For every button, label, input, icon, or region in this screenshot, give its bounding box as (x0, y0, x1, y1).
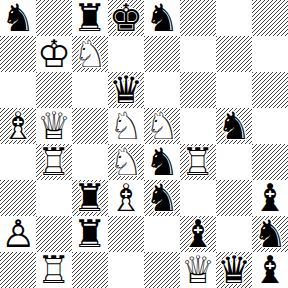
piece-black-rook: ♜♜ (72, 0, 108, 36)
square-g4[interactable] (216, 144, 252, 180)
piece-black-bishop: ♝♝ (252, 252, 288, 288)
square-d3[interactable]: ♝♗ (108, 180, 144, 216)
piece-white-queen: ♛♕ (180, 252, 216, 288)
square-h7[interactable] (252, 36, 288, 72)
piece-black-knight: ♞♞ (216, 108, 252, 144)
square-c1[interactable] (72, 252, 108, 288)
piece-white-rook: ♜♖ (180, 144, 216, 180)
square-f1[interactable]: ♛♕ (180, 252, 216, 288)
square-f7[interactable] (180, 36, 216, 72)
piece-white-knight: ♞♘ (144, 108, 180, 144)
piece-glyph: ♞ (144, 0, 180, 36)
square-d1[interactable] (108, 252, 144, 288)
piece-glyph: ♖ (36, 252, 72, 288)
piece-black-rook: ♜♜ (72, 216, 108, 252)
square-d7[interactable] (108, 36, 144, 72)
piece-glyph: ♞ (144, 180, 180, 216)
square-f5[interactable] (180, 108, 216, 144)
square-c2[interactable]: ♜♜ (72, 216, 108, 252)
square-e6[interactable] (144, 72, 180, 108)
piece-glyph: ♗ (0, 108, 36, 144)
piece-glyph: ♖ (180, 144, 216, 180)
square-a1[interactable] (0, 252, 36, 288)
piece-glyph: ♘ (144, 108, 180, 144)
piece-glyph: ♘ (108, 108, 144, 144)
square-g5[interactable]: ♞♞ (216, 108, 252, 144)
square-d4[interactable]: ♞♘ (108, 144, 144, 180)
piece-glyph: ♞ (144, 144, 180, 180)
square-a6[interactable] (0, 72, 36, 108)
square-d5[interactable]: ♞♘ (108, 108, 144, 144)
square-b5[interactable]: ♛♕ (36, 108, 72, 144)
piece-white-knight: ♞♘ (108, 108, 144, 144)
piece-glyph: ♗ (108, 180, 144, 216)
piece-glyph: ♞ (0, 0, 36, 36)
square-g2[interactable] (216, 216, 252, 252)
square-f2[interactable]: ♝♝ (180, 216, 216, 252)
piece-glyph: ♝ (252, 180, 288, 216)
piece-glyph: ♕ (180, 252, 216, 288)
piece-glyph: ♝ (180, 216, 216, 252)
piece-glyph: ♛ (108, 72, 144, 108)
square-c7[interactable]: ♞♘ (72, 36, 108, 72)
square-h6[interactable] (252, 72, 288, 108)
square-g8[interactable] (216, 0, 252, 36)
piece-glyph: ♖ (36, 144, 72, 180)
piece-glyph: ♞ (252, 216, 288, 252)
piece-black-queen: ♛♛ (216, 252, 252, 288)
piece-white-knight: ♞♘ (108, 144, 144, 180)
piece-white-pawn: ♟♙ (0, 216, 36, 252)
piece-black-bishop: ♝♝ (252, 180, 288, 216)
square-b4[interactable]: ♜♖ (36, 144, 72, 180)
square-c4[interactable] (72, 144, 108, 180)
square-c5[interactable] (72, 108, 108, 144)
square-h4[interactable] (252, 144, 288, 180)
piece-black-bishop: ♝♝ (180, 216, 216, 252)
piece-glyph: ♛ (216, 252, 252, 288)
square-f3[interactable] (180, 180, 216, 216)
piece-glyph: ♘ (108, 144, 144, 180)
square-d8[interactable]: ♚♚ (108, 0, 144, 36)
piece-glyph: ♕ (36, 108, 72, 144)
piece-glyph: ♜ (72, 0, 108, 36)
piece-black-rook: ♜♜ (72, 180, 108, 216)
square-a2[interactable]: ♟♙ (0, 216, 36, 252)
square-b1[interactable]: ♜♖ (36, 252, 72, 288)
square-e7[interactable] (144, 36, 180, 72)
square-a7[interactable] (0, 36, 36, 72)
square-g1[interactable]: ♛♛ (216, 252, 252, 288)
square-g3[interactable] (216, 180, 252, 216)
square-e4[interactable]: ♞♞ (144, 144, 180, 180)
piece-glyph: ♞ (216, 108, 252, 144)
square-a5[interactable]: ♝♗ (0, 108, 36, 144)
piece-white-rook: ♜♖ (36, 252, 72, 288)
piece-white-bishop: ♝♗ (0, 108, 36, 144)
square-e8[interactable]: ♞♞ (144, 0, 180, 36)
piece-glyph: ♘ (72, 36, 108, 72)
square-b2[interactable] (36, 216, 72, 252)
piece-white-bishop: ♝♗ (108, 180, 144, 216)
piece-glyph: ♔ (36, 36, 72, 72)
square-e2[interactable] (144, 216, 180, 252)
square-h2[interactable]: ♞♞ (252, 216, 288, 252)
chessboard: ♞♞♜♜♚♚♞♞♚♔♞♘♛♛♝♗♛♕♞♘♞♘♞♞♜♖♞♘♞♞♜♖♜♜♝♗♞♞♝♝… (0, 0, 288, 288)
piece-glyph: ♜ (72, 216, 108, 252)
square-f8[interactable] (180, 0, 216, 36)
square-g6[interactable] (216, 72, 252, 108)
piece-black-queen: ♛♛ (108, 72, 144, 108)
square-a3[interactable] (0, 180, 36, 216)
square-h5[interactable] (252, 108, 288, 144)
piece-black-knight: ♞♞ (144, 0, 180, 36)
piece-glyph: ♙ (0, 216, 36, 252)
square-a4[interactable] (0, 144, 36, 180)
square-g7[interactable] (216, 36, 252, 72)
piece-black-knight: ♞♞ (144, 144, 180, 180)
piece-glyph: ♝ (252, 252, 288, 288)
square-c8[interactable]: ♜♜ (72, 0, 108, 36)
square-h3[interactable]: ♝♝ (252, 180, 288, 216)
square-d2[interactable] (108, 216, 144, 252)
piece-glyph: ♜ (72, 180, 108, 216)
piece-black-king: ♚♚ (108, 0, 144, 36)
square-e1[interactable] (144, 252, 180, 288)
piece-black-knight: ♞♞ (0, 0, 36, 36)
piece-black-knight: ♞♞ (252, 216, 288, 252)
piece-white-rook: ♜♖ (36, 144, 72, 180)
square-h8[interactable] (252, 0, 288, 36)
square-f4[interactable]: ♜♖ (180, 144, 216, 180)
piece-glyph: ♚ (108, 0, 144, 36)
piece-black-knight: ♞♞ (144, 180, 180, 216)
square-f6[interactable] (180, 72, 216, 108)
square-c6[interactable] (72, 72, 108, 108)
piece-white-knight: ♞♘ (72, 36, 108, 72)
square-a8[interactable]: ♞♞ (0, 0, 36, 36)
square-b7[interactable]: ♚♔ (36, 36, 72, 72)
square-e5[interactable]: ♞♘ (144, 108, 180, 144)
square-d6[interactable]: ♛♛ (108, 72, 144, 108)
square-h1[interactable]: ♝♝ (252, 252, 288, 288)
piece-white-queen: ♛♕ (36, 108, 72, 144)
piece-white-king: ♚♔ (36, 36, 72, 72)
square-b3[interactable] (36, 180, 72, 216)
square-b6[interactable] (36, 72, 72, 108)
square-c3[interactable]: ♜♜ (72, 180, 108, 216)
square-b8[interactable] (36, 0, 72, 36)
square-e3[interactable]: ♞♞ (144, 180, 180, 216)
